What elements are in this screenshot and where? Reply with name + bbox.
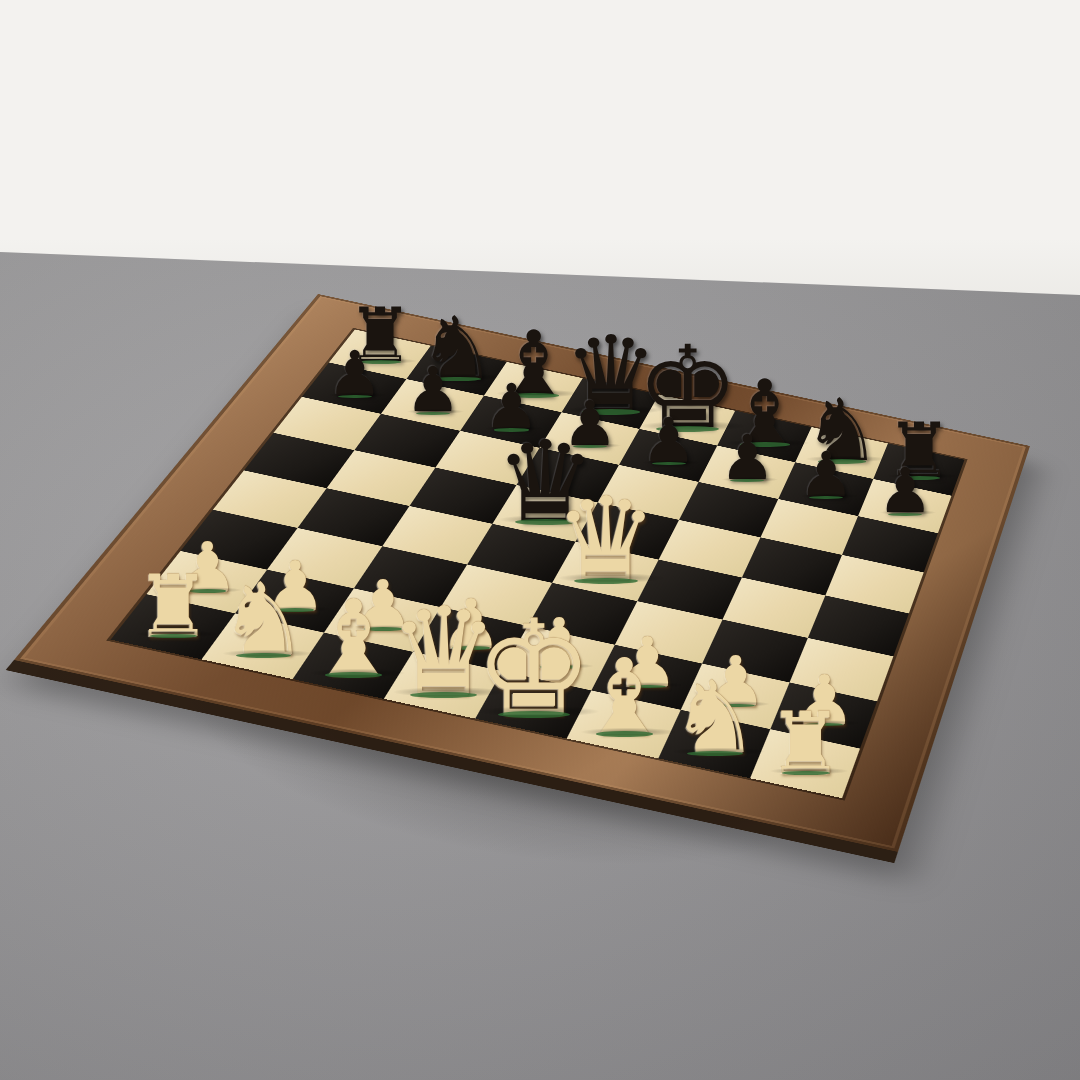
piece-black-pawn-g7[interactable]: ♟	[791, 445, 862, 499]
piece-black-pawn-e7[interactable]: ♟	[633, 411, 704, 465]
felt-base	[498, 711, 571, 718]
piece-black-pawn-a7[interactable]: ♟	[319, 344, 390, 398]
piece-black-pawn-b7[interactable]: ♟	[397, 360, 468, 414]
piece-black-pawn-f7[interactable]: ♟	[712, 428, 783, 482]
piece-white-rook-h1[interactable]: ♜	[756, 700, 855, 776]
felt-base	[687, 751, 742, 756]
felt-base	[416, 412, 450, 415]
felt-base	[574, 578, 637, 584]
piece-white-queen-e4[interactable]: ♛	[540, 482, 672, 583]
felt-base	[596, 731, 653, 736]
felt-base	[809, 496, 843, 499]
piece-white-knight-g1[interactable]: ♞	[658, 668, 773, 756]
chess-set-photo: ♜♞♝♛♚♝♞♜♟♟♟♟♟♟♟♟♛♛♟♟♟♟♟♟♟♟♜♞♝♛♚♝♞♜ Chess	[0, 0, 1080, 1080]
felt-base	[888, 513, 922, 516]
felt-base	[338, 395, 372, 398]
piece-black-pawn-h7[interactable]: ♟	[870, 461, 941, 515]
